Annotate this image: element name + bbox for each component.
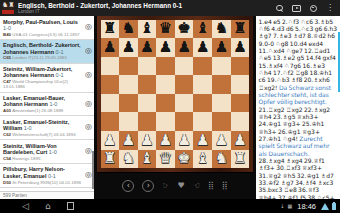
title-block: Englisch, Berthold - Zukertort, Johannes…: [18, 2, 272, 15]
list-item[interactable]: Steinitz, William-Zukertort, Johannes He…: [0, 64, 94, 93]
piece-black-bishop: ♝: [196, 21, 209, 36]
square-b8[interactable]: ♞: [119, 20, 138, 39]
square-c2[interactable]: ♟: [138, 131, 157, 150]
square-g2[interactable]: ♟: [212, 131, 231, 150]
board-column: ♜♞♝♛♚♝♞♜♟♟♟♟♟♟♟♟♟♟♟♟♟♟♟♟♜♞♝♛♚♝♞♜ ‹ › ☞ ♥…: [94, 16, 256, 199]
square-h2[interactable]: ♟: [231, 131, 250, 150]
square-a4[interactable]: [101, 94, 120, 113]
back-button[interactable]: ◁: [22, 201, 29, 211]
game-detail: B40 USA-01 Congress(4.5) 06.11.1857: [3, 32, 82, 37]
game-players: Steinitz, William-Von Bardeleben, Curt 1…: [3, 143, 82, 156]
square-c8[interactable]: ♝: [138, 20, 157, 39]
square-h8[interactable]: ♜: [231, 20, 250, 39]
square-e4[interactable]: [175, 94, 194, 113]
square-g6[interactable]: [212, 57, 231, 76]
list-item[interactable]: Morphy, Paul-Paulsen, Louis 1-0B40 USA-0…: [0, 16, 94, 40]
game-result: 0-1: [56, 72, 64, 78]
app-logo-icon[interactable]: ♞♜: [2, 2, 14, 14]
square-d1[interactable]: ♛: [156, 150, 175, 169]
top-action-bar: ♞♜ Englisch, Berthold - Zukertort, Johan…: [0, 0, 340, 16]
position-target-icon[interactable]: ◎: [85, 147, 92, 155]
list-item[interactable]: Englisch, Berthold- Zukertort, Johannes …: [0, 40, 94, 64]
square-f8[interactable]: ♝: [193, 20, 212, 39]
grid-icon-1[interactable]: ⣿: [208, 181, 214, 191]
piece-black-bishop: ♝: [140, 21, 153, 36]
piece-black-pawn: ♟: [233, 40, 246, 55]
game-result: 0-1: [48, 173, 56, 179]
piece-white-pawn: ♟: [215, 133, 228, 148]
square-c7[interactable]: ♟: [138, 38, 157, 57]
piece-white-pawn: ♟: [196, 133, 209, 148]
piece-black-pawn: ♟: [140, 40, 153, 55]
square-f6[interactable]: [193, 57, 212, 76]
chess-board: ♜♞♝♛♚♝♞♜♟♟♟♟♟♟♟♟♟♟♟♟♟♟♟♟♜♞♝♛♚♝♞♜: [101, 20, 250, 169]
square-d2[interactable]: ♟: [156, 131, 175, 150]
square-c3[interactable]: [138, 112, 157, 131]
square-a5[interactable]: [101, 75, 120, 94]
square-b7[interactable]: ♟: [119, 38, 138, 57]
search-icon[interactable]: [276, 5, 283, 12]
piece-white-king: ♚: [177, 151, 190, 166]
square-g5[interactable]: [212, 75, 231, 94]
square-a2[interactable]: ♟: [101, 131, 120, 150]
square-b5[interactable]: [119, 75, 138, 94]
piece-white-knight: ♞: [215, 151, 228, 166]
square-e8[interactable]: ♚: [175, 20, 194, 39]
eco-code: C62: [3, 132, 12, 137]
game-title: Englisch, Berthold - Zukertort, Johannes…: [18, 2, 272, 10]
square-d4[interactable]: [156, 94, 175, 113]
game-players: Englisch, Berthold- Zukertort, Johannes …: [3, 42, 82, 55]
sd-status-icon: ▦: [287, 203, 292, 209]
piece-white-pawn: ♟: [159, 133, 172, 148]
piece-black-knight: ♞: [122, 21, 135, 36]
square-f7[interactable]: ♟: [193, 38, 212, 57]
piece-white-pawn: ♟: [140, 133, 153, 148]
square-c1[interactable]: ♝: [138, 150, 157, 169]
grid-icon-2[interactable]: ⣿: [222, 181, 228, 191]
game-players: Lasker, Emanuel-Bauer, Johann Hermann 1-…: [3, 95, 82, 108]
square-d3[interactable]: [156, 112, 175, 131]
piece-black-rook: ♜: [233, 21, 246, 36]
piece-white-bishop: ♝: [196, 151, 209, 166]
eco-code: B40: [3, 32, 12, 37]
game-players: Steinitz, William-Zukertort, Johannes He…: [3, 66, 82, 79]
move-text[interactable]: 1.e4 e5 2.♘f3 ♘c6 3.♗b5 ♘f6 4.d3 d6 5.♘c…: [259, 18, 338, 91]
game-players: Pillsbury, Harry Nelson-Lasker, Emanuel …: [3, 166, 82, 179]
game-detail: D50 St Petersburg 9596(10) 04.01.1896: [3, 180, 82, 185]
list-item[interactable]: Steinitz, William-Von Bardeleben, Curt 1…: [0, 140, 94, 164]
square-g3[interactable]: [212, 112, 231, 131]
piece-black-pawn: ♟: [215, 40, 228, 55]
square-f3[interactable]: [193, 112, 212, 131]
square-a3[interactable]: [101, 112, 120, 131]
game-detail: C54 Hastings 1895: [3, 156, 82, 161]
game-result: 1-0: [24, 125, 32, 131]
main-content: Morphy, Paul-Paulsen, Louis 1-0B40 USA-0…: [0, 16, 340, 199]
square-f2[interactable]: ♟: [193, 131, 212, 150]
game-detail: C47 World Championship 01st(2) 13.01.188…: [3, 79, 82, 89]
piece-black-knight: ♞: [215, 21, 228, 36]
square-c6[interactable]: [138, 57, 157, 76]
navigation-buttons: ◁ ⌂: [22, 201, 74, 211]
square-a7[interactable]: ♟: [101, 38, 120, 57]
move-text[interactable]: 28.♗xg4 ♗xg4 29.♕f1 ♗f3+ 30.♖xf3 ♕xf3+ 3…: [259, 157, 335, 199]
square-f1[interactable]: ♝: [193, 150, 212, 169]
board-frame: ♜♞♝♛♚♝♞♜♟♟♟♟♟♟♟♟♟♟♟♟♟♟♟♟♜♞♝♛♚♝♞♜: [97, 16, 253, 173]
square-d7[interactable]: ♟: [156, 38, 175, 57]
square-g4[interactable]: [212, 94, 231, 113]
piece-white-queen: ♛: [159, 151, 172, 166]
square-a1[interactable]: ♜: [101, 150, 120, 169]
wifi-icon: [321, 203, 329, 210]
piece-white-rook: ♜: [103, 151, 116, 166]
logo-ribbon: [2, 10, 14, 14]
square-b6[interactable]: [119, 57, 138, 76]
board-toolbar: ‹ › ☞ ♥ ☜ ⣿ ⣿: [94, 173, 256, 199]
piece-black-rook: ♜: [103, 21, 116, 36]
piece-black-king: ♚: [177, 21, 190, 36]
square-c5[interactable]: [138, 75, 157, 94]
game-detail: A03 Amsterdam(1) 26.08.1889: [3, 108, 82, 113]
battery-icon: [332, 203, 336, 210]
game-detail: C65 London IT(15.1) 29.05.1883: [3, 55, 82, 60]
piece-white-pawn: ♟: [177, 133, 190, 148]
square-c4[interactable]: [138, 94, 157, 113]
list-item[interactable]: Lasker, Emanuel-Steinitz, William 1-0C62…: [0, 116, 94, 140]
status-clock: 18:46: [297, 202, 316, 211]
piece-white-rook: ♜: [233, 151, 246, 166]
position-target-icon[interactable]: ◎: [85, 47, 92, 55]
position-target-icon[interactable]: ◎: [85, 71, 92, 79]
export-board-icon[interactable]: [292, 5, 301, 12]
square-d5[interactable]: [156, 75, 175, 94]
hand-right-icon[interactable]: ☞: [162, 181, 169, 191]
position-target-icon[interactable]: ◎: [85, 123, 92, 131]
square-h4[interactable]: [231, 94, 250, 113]
app-window: ♞♜ Englisch, Berthold - Zukertort, Johan…: [0, 0, 340, 213]
download-status-icon: ↓: [280, 203, 284, 209]
piece-black-pawn: ♟: [103, 40, 116, 55]
square-b4[interactable]: [119, 94, 138, 113]
piece-white-pawn: ♟: [233, 133, 246, 148]
square-e2[interactable]: ♟: [175, 131, 194, 150]
square-e3[interactable]: [175, 112, 194, 131]
recents-button[interactable]: [67, 202, 74, 210]
logo-pieces-art: ♞♜: [2, 2, 14, 10]
overflow-menu-icon[interactable]: ⋮: [326, 4, 334, 12]
game-list: Morphy, Paul-Paulsen, Louis 1-0B40 USA-0…: [0, 16, 94, 191]
home-button[interactable]: ⌂: [45, 201, 51, 211]
moves-panel[interactable]: 1.e4 e5 2.♘f3 ♘c6 3.♗b5 ♘f6 4.d3 d6 5.♘c…: [256, 16, 340, 199]
game-result: 1-0: [49, 149, 57, 155]
piece-white-bishop: ♝: [140, 151, 153, 166]
game-result: 0-1: [56, 49, 64, 55]
square-h3[interactable]: [231, 112, 250, 131]
eco-code: D50: [3, 180, 12, 185]
status-area: ↓ ▦ 18:46: [280, 202, 336, 211]
game-detail: C62 Weltmeisterschaft(7) 03.04.1894: [3, 132, 82, 137]
heart-icon[interactable]: ♥: [178, 181, 185, 191]
position-target-icon[interactable]: ◎: [85, 23, 92, 31]
gear-icon[interactable]: [310, 5, 317, 12]
game-players: Morphy, Paul-Paulsen, Louis 1-0: [3, 19, 82, 32]
eco-code: A03: [3, 108, 12, 113]
piece-black-pawn: ♟: [159, 40, 172, 55]
piece-white-knight: ♞: [122, 151, 135, 166]
hand-left-icon[interactable]: ☜: [193, 181, 200, 191]
square-d8[interactable]: ♛: [156, 20, 175, 39]
square-g7[interactable]: ♟: [212, 38, 231, 57]
game-result: 1-0: [3, 25, 11, 31]
square-e7[interactable]: ♟: [175, 38, 194, 57]
game-list-panel: Morphy, Paul-Paulsen, Louis 1-0B40 USA-0…: [0, 16, 94, 199]
piece-black-queen: ♛: [159, 21, 172, 36]
square-b2[interactable]: ♟: [119, 131, 138, 150]
game-result: 1-0: [49, 101, 57, 107]
square-d6[interactable]: [156, 57, 175, 76]
square-h1[interactable]: ♜: [231, 150, 250, 169]
list-item[interactable]: Lasker, Emanuel-Bauer, Johann Hermann 1-…: [0, 93, 94, 117]
list-item[interactable]: Pillsbury, Harry Nelson-Lasker, Emanuel …: [0, 164, 94, 188]
square-f4[interactable]: [193, 94, 212, 113]
game-players: Lasker, Emanuel-Steinitz, William 1-0: [3, 119, 82, 132]
square-h5[interactable]: [231, 75, 250, 94]
square-e1[interactable]: ♚: [175, 150, 194, 169]
piece-white-pawn: ♟: [122, 133, 135, 148]
action-icons: ⋮: [276, 4, 334, 12]
square-b3[interactable]: [119, 112, 138, 131]
game-players: Pillsbury, Harry Nelson-Lasker, Emanuel …: [3, 190, 82, 191]
piece-black-pawn: ♟: [122, 40, 135, 55]
position-target-icon[interactable]: ◎: [85, 171, 92, 179]
square-h6[interactable]: [231, 57, 250, 76]
square-a6[interactable]: [101, 57, 120, 76]
piece-black-pawn: ♟: [196, 40, 209, 55]
square-g1[interactable]: ♞: [212, 150, 231, 169]
square-a8[interactable]: ♜: [101, 20, 120, 39]
square-h7[interactable]: ♟: [231, 38, 250, 57]
previous-move-button[interactable]: ‹: [122, 180, 134, 192]
next-move-button[interactable]: ›: [142, 180, 154, 192]
square-e6[interactable]: [175, 57, 194, 76]
piece-black-pawn: ♟: [177, 40, 190, 55]
square-b1[interactable]: ♞: [119, 150, 138, 169]
square-e5[interactable]: [175, 75, 194, 94]
eco-code: C65: [3, 55, 12, 60]
position-target-icon[interactable]: ◎: [85, 100, 92, 108]
square-g8[interactable]: ♞: [212, 20, 231, 39]
game-count-footer: 599 Partien: [0, 191, 94, 199]
game-event-subtitle: London IT: [18, 9, 272, 15]
eco-code: C54: [3, 156, 12, 161]
list-item[interactable]: Pillsbury, Harry Nelson-Lasker, Emanuel …: [0, 188, 94, 191]
square-f5[interactable]: [193, 75, 212, 94]
eco-code: C47: [3, 79, 12, 84]
piece-white-pawn: ♟: [103, 133, 116, 148]
system-bar: ◁ ⌂ ↓ ▦ 18:46: [0, 199, 340, 213]
